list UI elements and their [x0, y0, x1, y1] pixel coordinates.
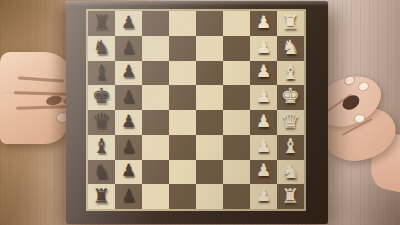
- black-rook[interactable]: ♜: [93, 186, 111, 206]
- square-h5[interactable]: [169, 11, 196, 36]
- square-h8[interactable]: ♜: [88, 11, 115, 36]
- square-d8[interactable]: ♛: [88, 110, 115, 135]
- white-rook[interactable]: ♜: [282, 186, 300, 206]
- square-c6[interactable]: [142, 135, 169, 160]
- white-queen[interactable]: ♛: [281, 111, 300, 132]
- white-pawn[interactable]: ♟: [256, 39, 271, 56]
- photo-scene: ♜♟♟♜♞♟♟♞♝♟♟♝♚♟♟♚♛♟♟♛♝♟♟♝♞♟♟♞♜♟♟♜: [0, 0, 400, 225]
- black-pawn[interactable]: ♟: [121, 187, 136, 204]
- black-king[interactable]: ♚: [92, 86, 111, 107]
- square-e3[interactable]: [223, 85, 250, 110]
- square-c5[interactable]: [169, 135, 196, 160]
- square-c4[interactable]: [196, 135, 223, 160]
- white-pawn[interactable]: ♟: [256, 14, 271, 31]
- white-king[interactable]: ♚: [281, 86, 300, 107]
- square-b1[interactable]: ♞: [277, 160, 304, 185]
- white-pawn[interactable]: ♟: [256, 88, 271, 105]
- square-f5[interactable]: [169, 61, 196, 86]
- white-pawn[interactable]: ♟: [256, 63, 271, 80]
- black-pawn[interactable]: ♟: [121, 63, 136, 80]
- black-knight[interactable]: ♞: [93, 161, 111, 181]
- black-bishop[interactable]: ♝: [93, 136, 111, 156]
- white-knight[interactable]: ♞: [282, 37, 300, 57]
- square-d5[interactable]: [169, 110, 196, 135]
- black-pawn[interactable]: ♟: [121, 138, 136, 155]
- square-f6[interactable]: [142, 61, 169, 86]
- white-pawn[interactable]: ♟: [256, 113, 271, 130]
- square-e1[interactable]: ♚: [277, 85, 304, 110]
- chess-board-squares: ♜♟♟♜♞♟♟♞♝♟♟♝♚♟♟♚♛♟♟♛♝♟♟♝♞♟♟♞♜♟♟♜: [86, 9, 306, 211]
- square-b8[interactable]: ♞: [88, 160, 115, 185]
- white-knight[interactable]: ♞: [282, 161, 300, 181]
- square-f8[interactable]: ♝: [88, 61, 115, 86]
- white-rook[interactable]: ♜: [282, 12, 300, 32]
- square-h6[interactable]: [142, 11, 169, 36]
- square-d3[interactable]: [223, 110, 250, 135]
- square-g5[interactable]: [169, 36, 196, 61]
- square-g3[interactable]: [223, 36, 250, 61]
- chess-board: ♜♟♟♜♞♟♟♞♝♟♟♝♚♟♟♚♛♟♟♛♝♟♟♝♞♟♟♞♜♟♟♜: [66, 1, 328, 224]
- square-f7[interactable]: ♟: [115, 61, 142, 86]
- square-e7[interactable]: ♟: [115, 85, 142, 110]
- white-pawn[interactable]: ♟: [256, 162, 271, 179]
- black-knight[interactable]: ♞: [93, 37, 111, 57]
- square-d4[interactable]: [196, 110, 223, 135]
- square-h7[interactable]: ♟: [115, 11, 142, 36]
- square-b2[interactable]: ♟: [250, 160, 277, 185]
- black-pawn[interactable]: ♟: [121, 14, 136, 31]
- square-h2[interactable]: ♟: [250, 11, 277, 36]
- square-g6[interactable]: [142, 36, 169, 61]
- square-g7[interactable]: ♟: [115, 36, 142, 61]
- square-d7[interactable]: ♟: [115, 110, 142, 135]
- square-f3[interactable]: [223, 61, 250, 86]
- black-rook[interactable]: ♜: [93, 12, 111, 32]
- black-pawn[interactable]: ♟: [121, 39, 136, 56]
- square-h4[interactable]: [196, 11, 223, 36]
- square-d2[interactable]: ♟: [250, 110, 277, 135]
- square-e6[interactable]: [142, 85, 169, 110]
- square-f1[interactable]: ♝: [277, 61, 304, 86]
- square-b7[interactable]: ♟: [115, 160, 142, 185]
- square-g8[interactable]: ♞: [88, 36, 115, 61]
- white-bishop[interactable]: ♝: [282, 136, 300, 156]
- square-e5[interactable]: [169, 85, 196, 110]
- black-pawn[interactable]: ♟: [121, 88, 136, 105]
- square-a4[interactable]: [196, 184, 223, 209]
- square-e4[interactable]: [196, 85, 223, 110]
- square-d1[interactable]: ♛: [277, 110, 304, 135]
- white-bishop[interactable]: ♝: [282, 62, 300, 82]
- square-h1[interactable]: ♜: [277, 11, 304, 36]
- square-g2[interactable]: ♟: [250, 36, 277, 61]
- square-a8[interactable]: ♜: [88, 184, 115, 209]
- square-b3[interactable]: [223, 160, 250, 185]
- square-e2[interactable]: ♟: [250, 85, 277, 110]
- square-c2[interactable]: ♟: [250, 135, 277, 160]
- square-a5[interactable]: [169, 184, 196, 209]
- square-a1[interactable]: ♜: [277, 184, 304, 209]
- square-e8[interactable]: ♚: [88, 85, 115, 110]
- square-a7[interactable]: ♟: [115, 184, 142, 209]
- square-f2[interactable]: ♟: [250, 61, 277, 86]
- black-queen[interactable]: ♛: [92, 111, 111, 132]
- square-b5[interactable]: [169, 160, 196, 185]
- black-pawn[interactable]: ♟: [121, 113, 136, 130]
- square-a2[interactable]: ♟: [250, 184, 277, 209]
- square-c3[interactable]: [223, 135, 250, 160]
- square-g4[interactable]: [196, 36, 223, 61]
- square-c1[interactable]: ♝: [277, 135, 304, 160]
- square-g1[interactable]: ♞: [277, 36, 304, 61]
- white-pawn[interactable]: ♟: [256, 187, 271, 204]
- square-a6[interactable]: [142, 184, 169, 209]
- square-c8[interactable]: ♝: [88, 135, 115, 160]
- square-b6[interactable]: [142, 160, 169, 185]
- square-h3[interactable]: [223, 11, 250, 36]
- black-pawn[interactable]: ♟: [121, 162, 136, 179]
- square-b4[interactable]: [196, 160, 223, 185]
- square-f4[interactable]: [196, 61, 223, 86]
- square-d6[interactable]: [142, 110, 169, 135]
- white-pawn[interactable]: ♟: [256, 138, 271, 155]
- square-a3[interactable]: [223, 184, 250, 209]
- square-c7[interactable]: ♟: [115, 135, 142, 160]
- black-bishop[interactable]: ♝: [93, 62, 111, 82]
